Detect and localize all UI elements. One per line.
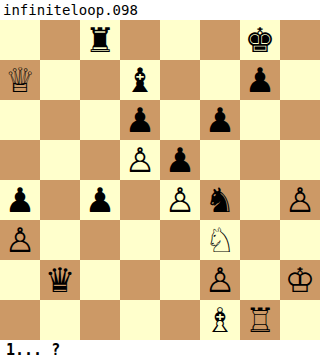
square-g8[interactable]: ♚ [240,20,280,60]
chess-puzzle-window: infiniteloop.098 ♜♚♕♝♟♟♟♙♟♟♟♙♞♙♙♘♛♙♔♗♖ 1… [0,0,320,360]
square-h2[interactable]: ♔ [280,260,320,300]
piece-white-rook: ♖ [240,300,280,340]
square-h3[interactable] [280,220,320,260]
square-c6[interactable] [80,100,120,140]
square-d8[interactable] [120,20,160,60]
square-b6[interactable] [40,100,80,140]
square-h7[interactable] [280,60,320,100]
square-a8[interactable] [0,20,40,60]
piece-black-rook: ♜ [80,20,120,60]
square-e7[interactable] [160,60,200,100]
square-c2[interactable] [80,260,120,300]
square-h4[interactable]: ♙ [280,180,320,220]
square-d1[interactable] [120,300,160,340]
piece-white-bishop: ♗ [200,300,240,340]
square-a7[interactable]: ♕ [0,60,40,100]
square-a4[interactable]: ♟ [0,180,40,220]
piece-black-queen: ♛ [40,260,80,300]
piece-white-pawn: ♙ [280,180,320,220]
square-h8[interactable] [280,20,320,60]
square-f1[interactable]: ♗ [200,300,240,340]
square-d6[interactable]: ♟ [120,100,160,140]
square-e2[interactable] [160,260,200,300]
square-g7[interactable]: ♟ [240,60,280,100]
square-b2[interactable]: ♛ [40,260,80,300]
title-bar: infiniteloop.098 [0,0,320,20]
puzzle-title: infiniteloop.098 [0,0,138,20]
piece-black-bishop: ♝ [120,60,160,100]
square-b3[interactable] [40,220,80,260]
piece-white-knight: ♘ [200,220,240,260]
square-c7[interactable] [80,60,120,100]
square-g3[interactable] [240,220,280,260]
square-a3[interactable]: ♙ [0,220,40,260]
square-g1[interactable]: ♖ [240,300,280,340]
square-g5[interactable] [240,140,280,180]
piece-black-pawn: ♟ [160,140,200,180]
square-f8[interactable] [200,20,240,60]
piece-white-pawn: ♙ [200,260,240,300]
square-g6[interactable] [240,100,280,140]
square-d2[interactable] [120,260,160,300]
piece-black-pawn: ♟ [200,100,240,140]
piece-black-pawn: ♟ [240,60,280,100]
square-e6[interactable] [160,100,200,140]
square-b7[interactable] [40,60,80,100]
piece-white-pawn: ♙ [120,140,160,180]
piece-black-pawn: ♟ [80,180,120,220]
piece-black-knight: ♞ [200,180,240,220]
square-f5[interactable] [200,140,240,180]
square-g4[interactable] [240,180,280,220]
square-d4[interactable] [120,180,160,220]
square-b4[interactable] [40,180,80,220]
move-prompt: 1... ? [0,340,60,360]
square-f3[interactable]: ♘ [200,220,240,260]
square-a6[interactable] [0,100,40,140]
piece-black-pawn: ♟ [120,100,160,140]
piece-white-queen: ♕ [0,60,40,100]
square-d3[interactable] [120,220,160,260]
piece-white-pawn: ♙ [0,220,40,260]
square-e5[interactable]: ♟ [160,140,200,180]
square-a2[interactable] [0,260,40,300]
square-c4[interactable]: ♟ [80,180,120,220]
piece-white-king: ♔ [280,260,320,300]
square-a1[interactable] [0,300,40,340]
square-c3[interactable] [80,220,120,260]
piece-black-pawn: ♟ [0,180,40,220]
square-f2[interactable]: ♙ [200,260,240,300]
move-prompt-bar: 1... ? [0,340,320,360]
chess-board: ♜♚♕♝♟♟♟♙♟♟♟♙♞♙♙♘♛♙♔♗♖ [0,20,320,340]
square-c8[interactable]: ♜ [80,20,120,60]
square-e8[interactable] [160,20,200,60]
piece-white-pawn: ♙ [160,180,200,220]
square-h5[interactable] [280,140,320,180]
square-b8[interactable] [40,20,80,60]
square-b1[interactable] [40,300,80,340]
square-c1[interactable] [80,300,120,340]
square-c5[interactable] [80,140,120,180]
square-f7[interactable] [200,60,240,100]
square-e3[interactable] [160,220,200,260]
square-e1[interactable] [160,300,200,340]
square-d7[interactable]: ♝ [120,60,160,100]
square-b5[interactable] [40,140,80,180]
square-d5[interactable]: ♙ [120,140,160,180]
square-h1[interactable] [280,300,320,340]
square-f6[interactable]: ♟ [200,100,240,140]
piece-black-king: ♚ [240,20,280,60]
square-e4[interactable]: ♙ [160,180,200,220]
square-a5[interactable] [0,140,40,180]
square-h6[interactable] [280,100,320,140]
square-f4[interactable]: ♞ [200,180,240,220]
square-g2[interactable] [240,260,280,300]
